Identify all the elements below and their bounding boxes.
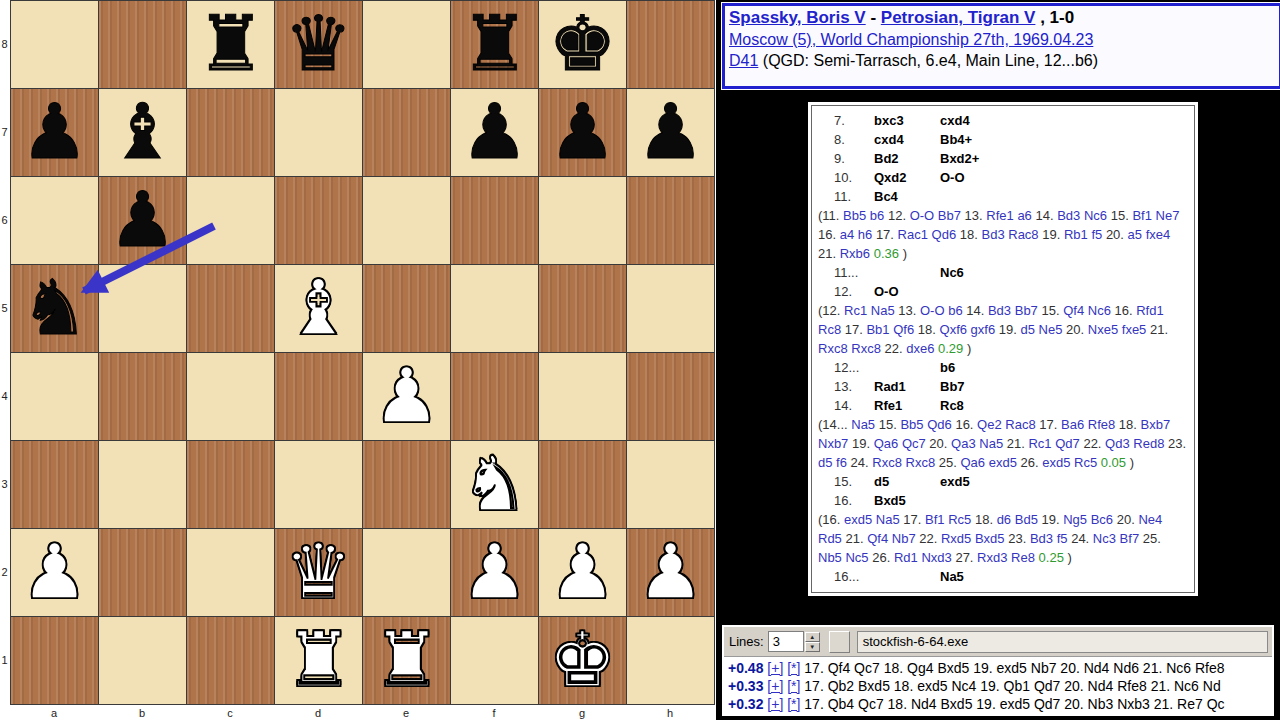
white-move[interactable]: Qxd2 — [874, 168, 940, 187]
move-row: 9.Bd2Bxd2+ — [818, 149, 1188, 168]
white-move[interactable]: Rfe1 — [874, 396, 940, 415]
square-d8[interactable]: ♛ — [275, 1, 362, 88]
white-move[interactable]: Bxd5 — [874, 491, 940, 510]
expand-line-link[interactable]: [+] — [767, 696, 783, 712]
rank-label-6: 6 — [0, 212, 9, 228]
black-king-g8: ♚ — [539, 1, 626, 88]
square-e1[interactable]: ♜ — [363, 617, 450, 704]
square-a5[interactable]: ♞ — [11, 265, 98, 352]
square-h8[interactable] — [627, 1, 714, 88]
black-move[interactable]: O-O — [940, 168, 965, 187]
game-result: , 1-0 — [1035, 8, 1074, 27]
rank-label-3: 3 — [0, 476, 9, 492]
move-number: 12. — [818, 282, 874, 301]
move-number: 8. — [818, 130, 874, 149]
expand-line-link[interactable]: [+] — [767, 678, 783, 694]
square-e6[interactable] — [363, 177, 450, 264]
square-d7[interactable] — [275, 89, 362, 176]
event-link[interactable]: Moscow (5), World Championship 27th, 196… — [729, 31, 1093, 48]
move-number: 13. — [818, 377, 874, 396]
engine-eval: +0.32 — [728, 696, 763, 712]
rank-label-5: 5 — [0, 300, 9, 316]
black-pawn-a7: ♟ — [11, 89, 98, 176]
rank-label-8: 8 — [0, 36, 9, 52]
file-label-c: c — [186, 707, 274, 719]
engine-line-moves: 17. Qb4 Qc7 18. Nd4 Bxd5 19. exd5 Qd7 20… — [800, 696, 1224, 712]
square-f8[interactable]: ♜ — [451, 1, 538, 88]
square-a4[interactable] — [11, 353, 98, 440]
engine-line-moves: 17. Qb2 Bxd5 18. exd5 Nc4 19. Qb1 Qd7 20… — [800, 678, 1220, 694]
square-a6[interactable] — [11, 177, 98, 264]
black-knight-a5: ♞ — [11, 265, 98, 352]
square-e4[interactable]: ♟ — [363, 353, 450, 440]
white-pawn-f2: ♟ — [451, 529, 538, 616]
variation-line[interactable]: (11. Bb5 b6 12. O-O Bb7 13. Rfe1 a6 14. … — [818, 206, 1188, 263]
players-line: Spassky, Boris V - Petrosian, Tigran V ,… — [729, 7, 1275, 29]
white-king-g1: ♚ — [539, 617, 626, 704]
square-f6[interactable] — [451, 177, 538, 264]
white-pawn-e4: ♟ — [363, 353, 450, 440]
square-g7[interactable]: ♟ — [539, 89, 626, 176]
white-pawn-h2: ♟ — [627, 529, 714, 616]
square-b6[interactable]: ♟ — [99, 177, 186, 264]
square-c1[interactable] — [187, 617, 274, 704]
rank-label-1: 1 — [0, 652, 9, 668]
engine-name-field[interactable]: stockfish-6-64.exe — [857, 631, 1268, 653]
square-h6[interactable] — [627, 177, 714, 264]
black-move[interactable]: exd5 — [940, 472, 970, 491]
move-number: 11... — [818, 263, 874, 282]
expand-line-link[interactable]: [+] — [767, 660, 783, 676]
square-c7[interactable] — [187, 89, 274, 176]
file-label-b: b — [98, 707, 186, 719]
rank-label-4: 4 — [0, 388, 9, 404]
file-label-a: a — [10, 707, 98, 719]
move-row: 8.cxd4Bb4+ — [818, 130, 1188, 149]
move-row: 15.d5exd5 — [818, 472, 1188, 491]
move-row: 10.Qxd2O-O — [818, 168, 1188, 187]
lines-spinner-value[interactable]: 3 — [768, 631, 804, 652]
black-rook-f8: ♜ — [451, 1, 538, 88]
square-e2[interactable] — [363, 529, 450, 616]
square-f2[interactable]: ♟ — [451, 529, 538, 616]
variation-line[interactable]: (14... Na5 15. Bb5 Qd6 16. Qe2 Rac8 17. … — [818, 415, 1188, 472]
square-g3[interactable] — [539, 441, 626, 528]
square-f4[interactable] — [451, 353, 538, 440]
black-pawn-b6: ♟ — [99, 177, 186, 264]
engine-line[interactable]: +0.32 [+] [*] 17. Qb4 Qc7 18. Nd4 Bxd5 1… — [728, 695, 1272, 713]
move-row: 13.Rad1Bb7 — [818, 377, 1188, 396]
white-move[interactable]: Rad1 — [874, 377, 940, 396]
square-a1[interactable] — [11, 617, 98, 704]
black-move[interactable]: Bb7 — [940, 377, 965, 396]
square-e8[interactable] — [363, 1, 450, 88]
square-b2[interactable] — [99, 529, 186, 616]
engine-eval: +0.48 — [728, 660, 763, 676]
white-queen-d2: ♛ — [275, 529, 362, 616]
move-row: 14.Rfe1Rc8 — [818, 396, 1188, 415]
engine-line-moves: 17. Qf4 Qc7 18. Qg4 Bxd5 19. exd5 Nb7 20… — [800, 660, 1224, 676]
square-h1[interactable] — [627, 617, 714, 704]
file-label-g: g — [538, 707, 626, 719]
move-number: 12... — [818, 358, 874, 377]
square-h3[interactable] — [627, 441, 714, 528]
square-g5[interactable] — [539, 265, 626, 352]
black-pawn-g7: ♟ — [539, 89, 626, 176]
move-number: 9. — [818, 149, 874, 168]
white-move[interactable]: cxd4 — [874, 130, 940, 149]
move-number: 10. — [818, 168, 874, 187]
game-info-box: Spassky, Boris V - Petrosian, Tigran V ,… — [722, 3, 1280, 89]
move-number: 16... — [818, 567, 874, 586]
file-label-f: f — [450, 707, 538, 719]
black-move[interactable]: Bxd2+ — [940, 149, 979, 168]
white-bishop-d5: ♝ — [275, 265, 362, 352]
square-d4[interactable] — [275, 353, 362, 440]
star-line-link[interactable]: [*] — [787, 678, 800, 694]
square-b4[interactable] — [99, 353, 186, 440]
white-move[interactable]: O-O — [874, 282, 940, 301]
variation-line[interactable]: (16. exd5 Na5 17. Bf1 Rc5 18. d6 Bd5 19.… — [818, 510, 1188, 567]
square-f7[interactable]: ♟ — [451, 89, 538, 176]
square-d5[interactable]: ♝ — [275, 265, 362, 352]
black-pawn-h7: ♟ — [627, 89, 714, 176]
square-h4[interactable] — [627, 353, 714, 440]
black-move[interactable]: Bb4+ — [940, 130, 972, 149]
square-b3[interactable] — [99, 441, 186, 528]
square-f1[interactable] — [451, 617, 538, 704]
spinner-up-button[interactable]: ▲ — [805, 632, 820, 642]
move-number: 7. — [818, 111, 874, 130]
engine-analysis-lines: +0.48 [+] [*] 17. Qf4 Qc7 18. Qg4 Bxd5 1… — [724, 656, 1272, 715]
file-label-d: d — [274, 707, 362, 719]
black-move[interactable]: Nc6 — [940, 263, 964, 282]
square-c2[interactable] — [187, 529, 274, 616]
square-c3[interactable] — [187, 441, 274, 528]
black-move[interactable]: cxd4 — [940, 111, 970, 130]
engine-toggle-button[interactable] — [829, 631, 850, 653]
white-pawn-a2: ♟ — [11, 529, 98, 616]
move-row: 16.Bxd5 — [818, 491, 1188, 510]
square-c6[interactable] — [187, 177, 274, 264]
variation-line[interactable]: (12. Rc1 Na5 13. O-O b6 14. Bd3 Bb7 15. … — [818, 301, 1188, 358]
square-e7[interactable] — [363, 89, 450, 176]
square-h5[interactable] — [627, 265, 714, 352]
engine-line[interactable]: +0.33 [+] [*] 17. Qb2 Bxd5 18. exd5 Nc4 … — [728, 677, 1272, 695]
black-player-link[interactable]: Petrosian, Tigran V — [881, 8, 1036, 27]
white-move[interactable]: d5 — [874, 472, 940, 491]
square-g4[interactable] — [539, 353, 626, 440]
white-move[interactable] — [874, 358, 940, 377]
opening-name: (QGD: Semi-Tarrasch, 6.e4, Main Line, 12… — [758, 52, 1098, 69]
white-move[interactable] — [874, 263, 940, 282]
white-rook-e1: ♜ — [363, 617, 450, 704]
move-number: 15. — [818, 472, 874, 491]
white-move[interactable]: Bd2 — [874, 149, 940, 168]
black-pawn-f7: ♟ — [451, 89, 538, 176]
chess-board-area: ♜♛♜♚♟♝♟♟♟♟♞♝♟♞♟♛♟♟♟♜♜♚ 87654321abcdefgh — [0, 0, 716, 720]
square-h7[interactable]: ♟ — [627, 89, 714, 176]
engine-line[interactable]: +0.48 [+] [*] 17. Qf4 Qc7 18. Qg4 Bxd5 1… — [728, 659, 1272, 677]
square-c4[interactable] — [187, 353, 274, 440]
move-row: 16...Na5 — [818, 567, 1188, 586]
square-d3[interactable] — [275, 441, 362, 528]
square-e5[interactable] — [363, 265, 450, 352]
square-d1[interactable]: ♜ — [275, 617, 362, 704]
square-g8[interactable]: ♚ — [539, 1, 626, 88]
star-line-link[interactable]: [*] — [787, 660, 800, 676]
black-move[interactable]: b6 — [940, 358, 955, 377]
moves-frame: 7.bxc3cxd48.cxd4Bb4+9.Bd2Bxd2+10.Qxd2O-O… — [808, 102, 1198, 596]
lines-spinner: ▲ ▼ — [805, 632, 820, 652]
square-a8[interactable] — [11, 1, 98, 88]
move-number: 11. — [818, 187, 874, 206]
opening-line: D41 (QGD: Semi-Tarrasch, 6.e4, Main Line… — [729, 50, 1275, 71]
move-row: 7.bxc3cxd4 — [818, 111, 1188, 130]
square-d6[interactable] — [275, 177, 362, 264]
move-row: 11...Nc6 — [818, 263, 1188, 282]
white-player-link[interactable]: Spassky, Boris V — [729, 8, 866, 27]
rank-label-7: 7 — [0, 124, 9, 140]
white-move[interactable]: bxc3 — [874, 111, 940, 130]
square-c8[interactable]: ♜ — [187, 1, 274, 88]
file-label-e: e — [362, 707, 450, 719]
spinner-down-button[interactable]: ▼ — [805, 642, 820, 652]
file-label-h: h — [626, 707, 714, 719]
square-c5[interactable] — [187, 265, 274, 352]
square-h2[interactable]: ♟ — [627, 529, 714, 616]
square-b5[interactable] — [99, 265, 186, 352]
move-number: 16. — [818, 491, 874, 510]
white-rook-d1: ♜ — [275, 617, 362, 704]
black-move[interactable]: Na5 — [940, 567, 964, 586]
square-a2[interactable]: ♟ — [11, 529, 98, 616]
square-a3[interactable] — [11, 441, 98, 528]
square-b1[interactable] — [99, 617, 186, 704]
chess-board: ♜♛♜♚♟♝♟♟♟♟♞♝♟♞♟♛♟♟♟♜♜♚ — [10, 0, 715, 705]
move-list[interactable]: 7.bxc3cxd48.cxd4Bb4+9.Bd2Bxd2+10.Qxd2O-O… — [811, 105, 1195, 593]
white-knight-f3: ♞ — [451, 441, 538, 528]
square-d2[interactable]: ♛ — [275, 529, 362, 616]
move-row: 12.O-O — [818, 282, 1188, 301]
square-g6[interactable] — [539, 177, 626, 264]
engine-toolbar: Lines: 3 ▲ ▼ stockfish-6-64.exe — [724, 627, 1272, 656]
engine-panel: Lines: 3 ▲ ▼ stockfish-6-64.exe +0.48 [+… — [722, 625, 1274, 716]
black-queen-d8: ♛ — [275, 1, 362, 88]
white-move[interactable]: Bc4 — [874, 187, 940, 206]
lines-label: Lines: — [729, 634, 764, 649]
black-move[interactable]: Rc8 — [940, 396, 964, 415]
move-row: 12...b6 — [818, 358, 1188, 377]
black-rook-c8: ♜ — [187, 1, 274, 88]
white-move[interactable] — [874, 567, 940, 586]
square-f3[interactable]: ♞ — [451, 441, 538, 528]
chess-gui-screen: ♜♛♜♚♟♝♟♟♟♟♞♝♟♞♟♛♟♟♟♜♜♚ 87654321abcdefgh … — [0, 0, 1280, 720]
star-line-link[interactable]: [*] — [787, 696, 800, 712]
white-pawn-g2: ♟ — [539, 529, 626, 616]
square-g2[interactable]: ♟ — [539, 529, 626, 616]
square-f5[interactable] — [451, 265, 538, 352]
move-row: 11.Bc4 — [818, 187, 1188, 206]
square-b7[interactable]: ♝ — [99, 89, 186, 176]
square-e3[interactable] — [363, 441, 450, 528]
square-g1[interactable]: ♚ — [539, 617, 626, 704]
engine-eval: +0.33 — [728, 678, 763, 694]
square-a7[interactable]: ♟ — [11, 89, 98, 176]
square-b8[interactable] — [99, 1, 186, 88]
rank-label-2: 2 — [0, 564, 9, 580]
players-separator: - — [866, 8, 881, 27]
move-number: 14. — [818, 396, 874, 415]
eco-link[interactable]: D41 — [729, 52, 758, 69]
event-line: Moscow (5), World Championship 27th, 196… — [729, 29, 1275, 50]
black-bishop-b7: ♝ — [99, 89, 186, 176]
